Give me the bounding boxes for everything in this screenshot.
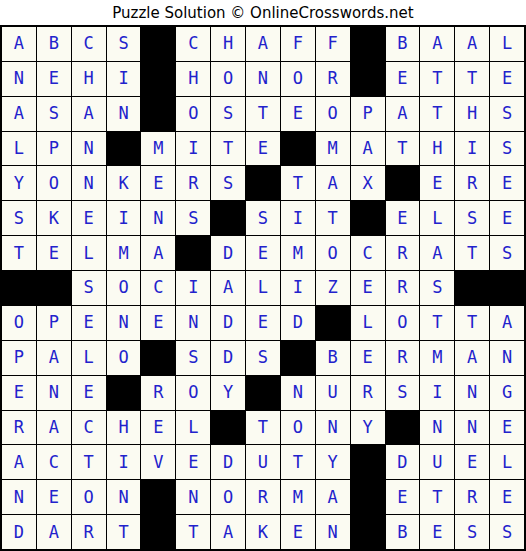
- letter-cell: N: [176, 306, 210, 340]
- letter-cell: O: [316, 236, 350, 270]
- letter-cell: E: [490, 201, 524, 235]
- letter-cell: N: [141, 201, 175, 235]
- letter-cell: D: [211, 341, 245, 375]
- letter-cell: I: [420, 376, 454, 410]
- letter-cell: M: [316, 132, 350, 166]
- letter-cell: S: [72, 271, 106, 305]
- letter-cell: E: [246, 306, 280, 340]
- letter-cell: N: [2, 480, 36, 514]
- letter-cell: A: [420, 236, 454, 270]
- letter-cell: L: [420, 201, 454, 235]
- letter-cell: E: [490, 411, 524, 445]
- letter-cell: E: [386, 480, 420, 514]
- letter-cell: O: [176, 97, 210, 131]
- black-cell: [386, 166, 420, 200]
- letter-cell: E: [490, 166, 524, 200]
- letter-cell: N: [107, 480, 141, 514]
- letter-cell: C: [141, 271, 175, 305]
- black-cell: [141, 480, 175, 514]
- letter-cell: E: [281, 97, 315, 131]
- letter-cell: A: [2, 97, 36, 131]
- black-cell: [351, 27, 385, 61]
- black-cell: [141, 341, 175, 375]
- black-cell: [176, 236, 210, 270]
- letter-cell: L: [2, 132, 36, 166]
- letter-cell: S: [107, 27, 141, 61]
- letter-cell: O: [107, 271, 141, 305]
- letter-cell: R: [246, 480, 280, 514]
- letter-cell: N: [107, 306, 141, 340]
- letter-cell: N: [176, 480, 210, 514]
- letter-cell: O: [2, 306, 36, 340]
- letter-cell: L: [246, 271, 280, 305]
- letter-cell: N: [107, 97, 141, 131]
- letter-cell: G: [490, 376, 524, 410]
- letter-cell: S: [386, 376, 420, 410]
- letter-cell: N: [72, 132, 106, 166]
- letter-cell: T: [281, 166, 315, 200]
- black-cell: [141, 515, 175, 549]
- letter-cell: L: [351, 306, 385, 340]
- letter-cell: L: [72, 236, 106, 270]
- letter-cell: K: [107, 166, 141, 200]
- letter-cell: H: [72, 62, 106, 96]
- letter-cell: C: [37, 445, 71, 479]
- letter-cell: D: [211, 306, 245, 340]
- letter-cell: A: [455, 27, 489, 61]
- letter-cell: E: [141, 411, 175, 445]
- black-cell: [141, 27, 175, 61]
- letter-cell: A: [211, 515, 245, 549]
- letter-cell: T: [107, 515, 141, 549]
- letter-cell: A: [316, 480, 350, 514]
- letter-cell: H: [455, 97, 489, 131]
- black-cell: [211, 201, 245, 235]
- black-cell: [2, 271, 36, 305]
- letter-cell: S: [211, 166, 245, 200]
- letter-cell: S: [176, 341, 210, 375]
- letter-cell: H: [420, 132, 454, 166]
- black-cell: [37, 271, 71, 305]
- black-cell: [455, 271, 489, 305]
- letter-cell: S: [420, 271, 454, 305]
- letter-cell: O: [211, 480, 245, 514]
- letter-cell: S: [455, 515, 489, 549]
- letter-cell: N: [72, 166, 106, 200]
- letter-cell: B: [386, 27, 420, 61]
- letter-cell: E: [490, 480, 524, 514]
- black-cell: [107, 376, 141, 410]
- letter-cell: I: [107, 201, 141, 235]
- letter-cell: S: [211, 97, 245, 131]
- letter-cell: O: [316, 97, 350, 131]
- letter-cell: E: [246, 236, 280, 270]
- letter-cell: E: [37, 480, 71, 514]
- letter-cell: A: [2, 445, 36, 479]
- letter-cell: A: [455, 341, 489, 375]
- letter-cell: N: [420, 411, 454, 445]
- letter-cell: H: [211, 27, 245, 61]
- letter-cell: R: [455, 480, 489, 514]
- black-cell: [351, 515, 385, 549]
- letter-cell: B: [37, 27, 71, 61]
- letter-cell: A: [2, 27, 36, 61]
- letter-cell: T: [455, 236, 489, 270]
- letter-cell: R: [386, 236, 420, 270]
- letter-cell: D: [211, 236, 245, 270]
- letter-cell: V: [141, 445, 175, 479]
- letter-cell: E: [490, 62, 524, 96]
- letter-cell: L: [72, 341, 106, 375]
- letter-cell: A: [211, 271, 245, 305]
- letter-cell: O: [281, 62, 315, 96]
- letter-cell: S: [490, 97, 524, 131]
- letter-cell: F: [281, 27, 315, 61]
- letter-cell: P: [37, 132, 71, 166]
- letter-cell: S: [490, 236, 524, 270]
- black-cell: [490, 271, 524, 305]
- letter-cell: E: [176, 445, 210, 479]
- letter-cell: E: [2, 376, 36, 410]
- letter-cell: O: [72, 480, 106, 514]
- black-cell: [141, 97, 175, 131]
- black-cell: [211, 411, 245, 445]
- black-cell: [351, 201, 385, 235]
- letter-cell: D: [386, 445, 420, 479]
- letter-cell: O: [211, 62, 245, 96]
- letter-cell: T: [420, 306, 454, 340]
- letter-cell: H: [107, 411, 141, 445]
- letter-cell: R: [351, 376, 385, 410]
- letter-cell: E: [72, 376, 106, 410]
- letter-cell: I: [176, 132, 210, 166]
- letter-cell: T: [386, 132, 420, 166]
- letter-cell: L: [490, 27, 524, 61]
- letter-cell: A: [37, 411, 71, 445]
- letter-cell: A: [141, 236, 175, 270]
- letter-cell: U: [316, 376, 350, 410]
- letter-cell: B: [316, 341, 350, 375]
- black-cell: [351, 480, 385, 514]
- letter-cell: M: [141, 132, 175, 166]
- letter-cell: T: [246, 411, 280, 445]
- letter-cell: I: [455, 132, 489, 166]
- letter-cell: C: [176, 27, 210, 61]
- letter-cell: T: [211, 132, 245, 166]
- letter-cell: S: [490, 515, 524, 549]
- letter-cell: O: [37, 166, 71, 200]
- letter-cell: L: [176, 411, 210, 445]
- black-cell: [351, 62, 385, 96]
- letter-cell: L: [490, 445, 524, 479]
- letter-cell: T: [2, 236, 36, 270]
- letter-cell: U: [420, 445, 454, 479]
- letter-cell: C: [72, 411, 106, 445]
- letter-cell: F: [316, 27, 350, 61]
- letter-cell: Y: [316, 445, 350, 479]
- letter-cell: E: [386, 62, 420, 96]
- letter-cell: T: [316, 201, 350, 235]
- letter-cell: O: [176, 376, 210, 410]
- black-cell: [316, 306, 350, 340]
- letter-cell: R: [386, 271, 420, 305]
- letter-cell: O: [386, 306, 420, 340]
- letter-cell: E: [420, 515, 454, 549]
- black-cell: [107, 132, 141, 166]
- letter-cell: R: [386, 341, 420, 375]
- letter-cell: Z: [316, 271, 350, 305]
- letter-cell: P: [37, 306, 71, 340]
- letter-cell: S: [176, 201, 210, 235]
- letter-cell: S: [2, 201, 36, 235]
- letter-cell: K: [37, 201, 71, 235]
- letter-cell: E: [351, 341, 385, 375]
- letter-cell: T: [72, 445, 106, 479]
- letter-cell: A: [37, 515, 71, 549]
- black-cell: [141, 62, 175, 96]
- letter-cell: A: [37, 341, 71, 375]
- letter-cell: N: [316, 515, 350, 549]
- letter-cell: S: [246, 201, 280, 235]
- letter-cell: N: [455, 376, 489, 410]
- letter-cell: R: [141, 376, 175, 410]
- letter-cell: E: [37, 236, 71, 270]
- letter-cell: A: [386, 97, 420, 131]
- letter-cell: R: [176, 166, 210, 200]
- letter-cell: I: [281, 201, 315, 235]
- letter-cell: M: [420, 341, 454, 375]
- letter-cell: A: [490, 306, 524, 340]
- letter-cell: R: [72, 515, 106, 549]
- letter-cell: S: [490, 132, 524, 166]
- black-cell: [246, 166, 280, 200]
- letter-cell: N: [316, 411, 350, 445]
- letter-cell: E: [246, 132, 280, 166]
- letter-cell: D: [2, 515, 36, 549]
- letter-cell: R: [2, 411, 36, 445]
- letter-cell: D: [281, 306, 315, 340]
- letter-cell: T: [420, 97, 454, 131]
- letter-cell: E: [72, 306, 106, 340]
- letter-cell: P: [2, 341, 36, 375]
- letter-cell: T: [455, 306, 489, 340]
- letter-cell: S: [455, 201, 489, 235]
- page-title: Puzzle Solution © OnlineCrosswords.net: [0, 0, 526, 25]
- letter-cell: I: [107, 445, 141, 479]
- letter-cell: A: [246, 27, 280, 61]
- letter-cell: T: [281, 445, 315, 479]
- letter-cell: E: [72, 201, 106, 235]
- black-cell: [281, 132, 315, 166]
- letter-cell: N: [2, 62, 36, 96]
- crossword-grid: ABCSCHAFFBAALNEHIHONORETTEASANOSTEOPATHS…: [0, 25, 526, 551]
- letter-cell: C: [72, 27, 106, 61]
- letter-cell: E: [420, 166, 454, 200]
- letter-cell: C: [351, 236, 385, 270]
- letter-cell: M: [107, 236, 141, 270]
- letter-cell: E: [281, 515, 315, 549]
- letter-cell: Y: [2, 166, 36, 200]
- letter-cell: A: [316, 166, 350, 200]
- letter-cell: O: [281, 411, 315, 445]
- letter-cell: P: [351, 97, 385, 131]
- letter-cell: M: [281, 236, 315, 270]
- letter-cell: U: [246, 445, 280, 479]
- letter-cell: T: [246, 97, 280, 131]
- black-cell: [386, 411, 420, 445]
- letter-cell: A: [351, 132, 385, 166]
- letter-cell: Y: [211, 376, 245, 410]
- letter-cell: E: [455, 445, 489, 479]
- letter-cell: N: [246, 62, 280, 96]
- letter-cell: N: [37, 376, 71, 410]
- letter-cell: T: [420, 480, 454, 514]
- letter-cell: T: [176, 515, 210, 549]
- letter-cell: A: [420, 27, 454, 61]
- letter-cell: S: [37, 97, 71, 131]
- letter-cell: E: [37, 62, 71, 96]
- letter-cell: E: [141, 166, 175, 200]
- letter-cell: H: [176, 62, 210, 96]
- puzzle-solution-page: Puzzle Solution © OnlineCrosswords.net A…: [0, 0, 526, 551]
- letter-cell: I: [176, 271, 210, 305]
- letter-cell: T: [420, 62, 454, 96]
- letter-cell: I: [107, 62, 141, 96]
- letter-cell: S: [246, 341, 280, 375]
- letter-cell: E: [141, 306, 175, 340]
- letter-cell: N: [281, 376, 315, 410]
- letter-cell: E: [351, 271, 385, 305]
- letter-cell: O: [107, 341, 141, 375]
- letter-cell: A: [72, 97, 106, 131]
- letter-cell: M: [281, 480, 315, 514]
- letter-cell: B: [386, 515, 420, 549]
- letter-cell: Y: [351, 411, 385, 445]
- letter-cell: R: [455, 166, 489, 200]
- black-cell: [246, 376, 280, 410]
- letter-cell: R: [316, 62, 350, 96]
- letter-cell: N: [490, 341, 524, 375]
- letter-cell: I: [281, 271, 315, 305]
- letter-cell: K: [246, 515, 280, 549]
- letter-cell: X: [351, 166, 385, 200]
- letter-cell: D: [211, 445, 245, 479]
- black-cell: [351, 445, 385, 479]
- letter-cell: N: [455, 411, 489, 445]
- black-cell: [281, 341, 315, 375]
- letter-cell: T: [455, 62, 489, 96]
- letter-cell: E: [386, 201, 420, 235]
